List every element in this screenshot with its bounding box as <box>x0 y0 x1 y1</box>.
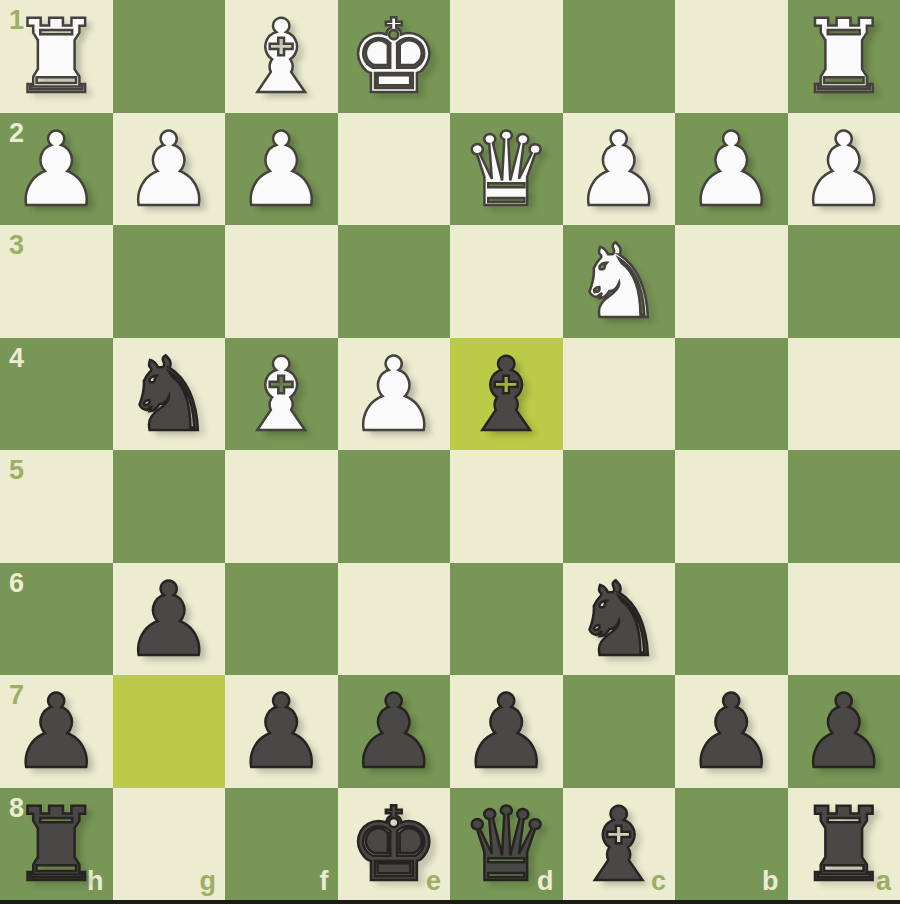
square-a8[interactable]: a♜ <box>788 788 900 901</box>
square-f4[interactable]: ♝ <box>225 338 338 451</box>
black-bishop[interactable]: ♝ <box>573 789 664 900</box>
square-c8[interactable]: c♝ <box>563 788 676 901</box>
square-a5[interactable] <box>788 450 900 563</box>
black-pawn[interactable]: ♟ <box>461 676 552 787</box>
square-a3[interactable] <box>788 225 900 338</box>
white-pawn[interactable]: ♟ <box>11 114 102 225</box>
square-b4[interactable] <box>675 338 788 451</box>
black-rook[interactable]: ♜ <box>11 789 102 900</box>
black-rook[interactable]: ♜ <box>798 789 889 900</box>
square-d8[interactable]: d♛ <box>450 788 563 901</box>
file-label-b: b <box>762 868 779 895</box>
white-bishop[interactable]: ♝ <box>236 1 327 112</box>
square-h2[interactable]: 2♟ <box>0 113 113 226</box>
white-king[interactable]: ♚ <box>348 1 439 112</box>
white-rook[interactable]: ♜ <box>798 1 889 112</box>
square-d6[interactable] <box>450 563 563 676</box>
square-d4[interactable]: ♝ <box>450 338 563 451</box>
rank-label-5: 5 <box>9 457 24 484</box>
white-pawn[interactable]: ♟ <box>573 114 664 225</box>
black-pawn[interactable]: ♟ <box>348 676 439 787</box>
square-h1[interactable]: 1♜ <box>0 0 113 113</box>
white-pawn[interactable]: ♟ <box>236 114 327 225</box>
white-pawn[interactable]: ♟ <box>798 114 889 225</box>
square-a4[interactable] <box>788 338 900 451</box>
square-e5[interactable] <box>338 450 451 563</box>
rank-label-6: 6 <box>9 570 24 597</box>
square-c2[interactable]: ♟ <box>563 113 676 226</box>
bottom-bar <box>0 900 900 904</box>
square-h6[interactable]: 6 <box>0 563 113 676</box>
file-label-f: f <box>320 868 329 895</box>
square-b1[interactable] <box>675 0 788 113</box>
square-b3[interactable] <box>675 225 788 338</box>
square-g7[interactable] <box>113 675 226 788</box>
square-c4[interactable] <box>563 338 676 451</box>
black-pawn[interactable]: ♟ <box>11 676 102 787</box>
black-queen[interactable]: ♛ <box>461 789 552 900</box>
square-c1[interactable] <box>563 0 676 113</box>
black-bishop[interactable]: ♝ <box>461 339 552 450</box>
square-f3[interactable] <box>225 225 338 338</box>
square-d2[interactable]: ♛ <box>450 113 563 226</box>
square-f7[interactable]: ♟ <box>225 675 338 788</box>
square-g4[interactable]: ♞ <box>113 338 226 451</box>
square-c6[interactable]: ♞ <box>563 563 676 676</box>
square-a2[interactable]: ♟ <box>788 113 900 226</box>
square-e7[interactable]: ♟ <box>338 675 451 788</box>
square-b6[interactable] <box>675 563 788 676</box>
white-pawn[interactable]: ♟ <box>686 114 777 225</box>
square-h8[interactable]: 8h♜ <box>0 788 113 901</box>
square-e6[interactable] <box>338 563 451 676</box>
square-d5[interactable] <box>450 450 563 563</box>
square-f2[interactable]: ♟ <box>225 113 338 226</box>
square-h3[interactable]: 3 <box>0 225 113 338</box>
square-f8[interactable]: f <box>225 788 338 901</box>
square-b8[interactable]: b <box>675 788 788 901</box>
square-h4[interactable]: 4 <box>0 338 113 451</box>
black-knight[interactable]: ♞ <box>123 339 214 450</box>
square-h5[interactable]: 5 <box>0 450 113 563</box>
square-g3[interactable] <box>113 225 226 338</box>
square-h7[interactable]: 7♟ <box>0 675 113 788</box>
square-e2[interactable] <box>338 113 451 226</box>
black-pawn[interactable]: ♟ <box>123 564 214 675</box>
square-b7[interactable]: ♟ <box>675 675 788 788</box>
square-g8[interactable]: g <box>113 788 226 901</box>
square-b2[interactable]: ♟ <box>675 113 788 226</box>
white-knight[interactable]: ♞ <box>573 226 664 337</box>
white-rook[interactable]: ♜ <box>11 1 102 112</box>
square-a1[interactable]: ♜ <box>788 0 900 113</box>
square-c5[interactable] <box>563 450 676 563</box>
file-label-g: g <box>200 868 217 895</box>
square-a7[interactable]: ♟ <box>788 675 900 788</box>
square-g5[interactable] <box>113 450 226 563</box>
black-pawn[interactable]: ♟ <box>686 676 777 787</box>
chess-board: 1♜♝♚♜2♟♟♟♛♟♟♟3♞4♞♝♟♝56♟♞7♟♟♟♟♟♟8h♜gfe♚d♛… <box>0 0 900 900</box>
black-king[interactable]: ♚ <box>348 789 439 900</box>
square-e1[interactable]: ♚ <box>338 0 451 113</box>
black-knight[interactable]: ♞ <box>573 564 664 675</box>
black-pawn[interactable]: ♟ <box>798 676 889 787</box>
square-b5[interactable] <box>675 450 788 563</box>
black-pawn[interactable]: ♟ <box>236 676 327 787</box>
square-g6[interactable]: ♟ <box>113 563 226 676</box>
square-d7[interactable]: ♟ <box>450 675 563 788</box>
square-a6[interactable] <box>788 563 900 676</box>
white-bishop[interactable]: ♝ <box>236 339 327 450</box>
white-queen[interactable]: ♛ <box>461 114 552 225</box>
square-e3[interactable] <box>338 225 451 338</box>
square-e8[interactable]: e♚ <box>338 788 451 901</box>
square-f6[interactable] <box>225 563 338 676</box>
square-g1[interactable] <box>113 0 226 113</box>
rank-label-4: 4 <box>9 345 24 372</box>
white-pawn[interactable]: ♟ <box>123 114 214 225</box>
square-d1[interactable] <box>450 0 563 113</box>
rank-label-3: 3 <box>9 232 24 259</box>
square-c7[interactable] <box>563 675 676 788</box>
square-f5[interactable] <box>225 450 338 563</box>
square-e4[interactable]: ♟ <box>338 338 451 451</box>
square-d3[interactable] <box>450 225 563 338</box>
square-g2[interactable]: ♟ <box>113 113 226 226</box>
square-f1[interactable]: ♝ <box>225 0 338 113</box>
white-pawn[interactable]: ♟ <box>348 339 439 450</box>
square-c3[interactable]: ♞ <box>563 225 676 338</box>
